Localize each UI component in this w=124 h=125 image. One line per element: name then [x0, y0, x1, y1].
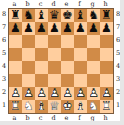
square-a7[interactable]: ♟	[9, 22, 22, 35]
black-pawn[interactable]: ♟	[9, 22, 22, 35]
file-label: c	[34, 0, 47, 8]
square-e4[interactable]	[61, 61, 74, 74]
square-d6[interactable]	[48, 35, 61, 48]
file-label: g	[86, 0, 99, 8]
piece-outline: ♗	[74, 100, 87, 113]
square-d4[interactable]	[48, 61, 61, 74]
piece-outline: ♔	[61, 100, 74, 113]
file-label: e	[60, 0, 73, 8]
file-label: d	[47, 0, 60, 8]
rank-label: 1	[0, 99, 8, 112]
file-label: b	[21, 0, 34, 8]
square-h6[interactable]	[100, 35, 113, 48]
square-c4[interactable]	[35, 61, 48, 74]
piece-outline: ♕	[48, 100, 61, 113]
chess-diagram-page: abcdefgh 87654321 ♜♞♝♛♚♝♞♜♟♟♟♟♟♟♟♟♟♙♟♙♟♙…	[0, 0, 124, 125]
white-bishop[interactable]: ♝♗	[74, 100, 87, 113]
window-edge-right	[120, 0, 124, 125]
black-pawn[interactable]: ♟	[74, 22, 87, 35]
rank-label: 8	[0, 8, 8, 21]
square-g1[interactable]: ♞♘	[87, 100, 100, 113]
square-h1[interactable]: ♜♖	[100, 100, 113, 113]
square-g6[interactable]	[87, 35, 100, 48]
board: ♜♞♝♛♚♝♞♜♟♟♟♟♟♟♟♟♟♙♟♙♟♙♟♙♟♙♟♙♟♙♟♙♜♖♞♘♝♗♛♕…	[8, 8, 114, 114]
piece-outline: ♗	[35, 100, 48, 113]
square-e5[interactable]	[61, 48, 74, 61]
square-g5[interactable]	[87, 48, 100, 61]
square-f1[interactable]: ♝♗	[74, 100, 87, 113]
corner-top-left	[0, 0, 8, 8]
rank-labels-left: 87654321	[0, 8, 8, 114]
square-c1[interactable]: ♝♗	[35, 100, 48, 113]
black-pawn[interactable]: ♟	[35, 22, 48, 35]
black-pawn[interactable]: ♟	[87, 22, 100, 35]
square-c5[interactable]	[35, 48, 48, 61]
rank-label: 3	[0, 73, 8, 86]
square-a6[interactable]	[9, 35, 22, 48]
black-pawn[interactable]: ♟	[22, 22, 35, 35]
white-rook[interactable]: ♜♖	[100, 100, 113, 113]
square-c7[interactable]: ♟	[35, 22, 48, 35]
chess-diagram: abcdefgh 87654321 ♜♞♝♛♚♝♞♜♟♟♟♟♟♟♟♟♟♙♟♙♟♙…	[0, 0, 122, 122]
square-a5[interactable]	[9, 48, 22, 61]
rank-label: 6	[0, 34, 8, 47]
square-g7[interactable]: ♟	[87, 22, 100, 35]
square-f4[interactable]	[74, 61, 87, 74]
white-rook[interactable]: ♜♖	[9, 100, 22, 113]
square-h5[interactable]	[100, 48, 113, 61]
piece-outline: ♖	[9, 100, 22, 113]
white-bishop[interactable]: ♝♗	[35, 100, 48, 113]
square-e7[interactable]: ♟	[61, 22, 74, 35]
square-d1[interactable]: ♛♕	[48, 100, 61, 113]
white-king[interactable]: ♚♔	[61, 100, 74, 113]
black-pawn[interactable]: ♟	[100, 22, 113, 35]
square-f5[interactable]	[74, 48, 87, 61]
black-pawn[interactable]: ♟	[48, 22, 61, 35]
square-h4[interactable]	[100, 61, 113, 74]
square-d7[interactable]: ♟	[48, 22, 61, 35]
square-b4[interactable]	[22, 61, 35, 74]
square-b7[interactable]: ♟	[22, 22, 35, 35]
file-labels-top: abcdefgh	[8, 0, 114, 8]
file-label: h	[99, 0, 112, 8]
square-g4[interactable]	[87, 61, 100, 74]
white-knight[interactable]: ♞♘	[22, 100, 35, 113]
square-e6[interactable]	[61, 35, 74, 48]
square-c6[interactable]	[35, 35, 48, 48]
square-e1[interactable]: ♚♔	[61, 100, 74, 113]
piece-outline: ♘	[87, 100, 100, 113]
white-queen[interactable]: ♛♕	[48, 100, 61, 113]
rank-label: 5	[0, 47, 8, 60]
rank-label: 4	[0, 60, 8, 73]
file-label: f	[73, 0, 86, 8]
white-knight[interactable]: ♞♘	[87, 100, 100, 113]
rank-label: 2	[0, 86, 8, 99]
square-b6[interactable]	[22, 35, 35, 48]
black-pawn[interactable]: ♟	[61, 22, 74, 35]
square-a4[interactable]	[9, 61, 22, 74]
square-f7[interactable]: ♟	[74, 22, 87, 35]
square-b5[interactable]	[22, 48, 35, 61]
piece-outline: ♘	[22, 100, 35, 113]
square-d5[interactable]	[48, 48, 61, 61]
rank-label: 7	[0, 21, 8, 34]
square-b1[interactable]: ♞♘	[22, 100, 35, 113]
square-h7[interactable]: ♟	[100, 22, 113, 35]
square-a1[interactable]: ♜♖	[9, 100, 22, 113]
file-label: a	[8, 0, 21, 8]
window-edge-bottom	[0, 121, 124, 125]
square-f6[interactable]	[74, 35, 87, 48]
piece-outline: ♖	[100, 100, 113, 113]
